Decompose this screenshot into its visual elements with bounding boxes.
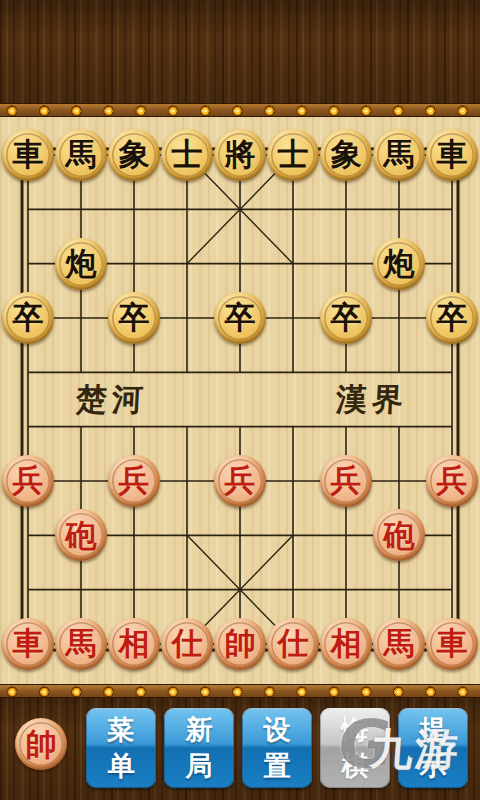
piece-grid: 車馬象士將士象馬車炮炮卒卒卒卒卒兵兵兵兵兵砲砲車馬相仕帥仕相馬車 (2, 128, 479, 671)
piece-glyph: 兵 (13, 465, 44, 496)
piece-glyph: 士 (172, 139, 203, 170)
piece-red-chariot[interactable]: 車 (2, 618, 54, 670)
piece-black-cannon[interactable]: 炮 (373, 238, 425, 290)
piece-glyph: 卒 (119, 302, 150, 333)
menu-button[interactable]: 菜单 (86, 708, 156, 788)
piece-glyph: 車 (13, 139, 44, 170)
piece-black-soldier[interactable]: 卒 (108, 292, 160, 344)
new-game-button-label: 新局 (183, 712, 215, 784)
piece-glyph: 兵 (119, 465, 150, 496)
piece-glyph: 車 (437, 139, 468, 170)
piece-glyph: 馬 (384, 139, 415, 170)
piece-black-cannon[interactable]: 炮 (55, 238, 107, 290)
piece-black-advisor[interactable]: 士 (267, 129, 319, 181)
piece-glyph: 帥 (26, 729, 57, 760)
piece-glyph: 車 (437, 628, 468, 659)
piece-black-general[interactable]: 將 (214, 129, 266, 181)
piece-black-soldier[interactable]: 卒 (2, 292, 54, 344)
piece-glyph: 砲 (384, 520, 415, 551)
piece-glyph: 卒 (13, 302, 44, 333)
wood-panel-top (0, 0, 480, 110)
piece-red-horse[interactable]: 馬 (55, 618, 107, 670)
piece-glyph: 相 (119, 628, 150, 659)
piece-black-soldier[interactable]: 卒 (426, 292, 478, 344)
piece-glyph: 馬 (384, 628, 415, 659)
piece-red-elephant[interactable]: 相 (320, 618, 372, 670)
piece-glyph: 炮 (66, 248, 97, 279)
piece-glyph: 卒 (437, 302, 468, 333)
piece-red-cannon[interactable]: 砲 (55, 509, 107, 561)
piece-red-general[interactable]: 帥 (214, 618, 266, 670)
piece-red-cannon[interactable]: 砲 (373, 509, 425, 561)
piece-glyph: 兵 (225, 465, 256, 496)
piece-black-horse[interactable]: 馬 (55, 129, 107, 181)
piece-black-advisor[interactable]: 士 (161, 129, 213, 181)
piece-red-elephant[interactable]: 相 (108, 618, 160, 670)
piece-red-advisor[interactable]: 仕 (161, 618, 213, 670)
piece-red-chariot[interactable]: 車 (426, 618, 478, 670)
piece-glyph: 相 (331, 628, 362, 659)
piece-glyph: 仕 (278, 628, 309, 659)
piece-black-elephant[interactable]: 象 (108, 129, 160, 181)
settings-button[interactable]: 设置 (242, 708, 312, 788)
piece-glyph: 仕 (172, 628, 203, 659)
piece-red-soldier[interactable]: 兵 (320, 455, 372, 507)
piece-red-advisor[interactable]: 仕 (267, 618, 319, 670)
piece-glyph: 馬 (66, 139, 97, 170)
piece-black-chariot[interactable]: 車 (2, 129, 54, 181)
rivet-rail-bottom (0, 684, 480, 698)
piece-glyph: 馬 (66, 628, 97, 659)
piece-black-horse[interactable]: 馬 (373, 129, 425, 181)
piece-glyph: 砲 (66, 520, 97, 551)
piece-red-horse[interactable]: 馬 (373, 618, 425, 670)
piece-red-soldier[interactable]: 兵 (426, 455, 478, 507)
piece-glyph: 卒 (331, 302, 362, 333)
undo-button-label: 悔棋 (339, 712, 371, 784)
bottom-button-row: 菜单 新局 设置 悔棋 提示 (86, 708, 468, 788)
piece-glyph: 兵 (331, 465, 362, 496)
piece-black-soldier[interactable]: 卒 (320, 292, 372, 344)
xiangqi-app-screen: 楚河 漢界 車馬象士將士象馬車炮炮卒卒卒卒卒兵兵兵兵兵砲砲車馬相仕帥仕相馬車 帥… (0, 0, 480, 800)
piece-glyph: 帥 (225, 628, 256, 659)
new-game-button[interactable]: 新局 (164, 708, 234, 788)
piece-glyph: 炮 (384, 248, 415, 279)
hint-button[interactable]: 提示 (398, 708, 468, 788)
piece-red-soldier[interactable]: 兵 (214, 455, 266, 507)
piece-glyph: 象 (119, 139, 150, 170)
red-general-side-badge: 帥 (15, 718, 67, 770)
piece-glyph: 士 (278, 139, 309, 170)
piece-glyph: 卒 (225, 302, 256, 333)
piece-black-soldier[interactable]: 卒 (214, 292, 266, 344)
rivet-rail-top (0, 103, 480, 117)
xiangqi-board[interactable]: 楚河 漢界 車馬象士將士象馬車炮炮卒卒卒卒卒兵兵兵兵兵砲砲車馬相仕帥仕相馬車 (0, 110, 480, 686)
piece-black-elephant[interactable]: 象 (320, 129, 372, 181)
settings-button-label: 设置 (261, 712, 293, 784)
piece-red-soldier[interactable]: 兵 (2, 455, 54, 507)
hint-button-label: 提示 (417, 712, 449, 784)
piece-glyph: 將 (225, 139, 256, 170)
menu-button-label: 菜单 (105, 712, 137, 784)
piece-glyph: 車 (13, 628, 44, 659)
piece-black-chariot[interactable]: 車 (426, 129, 478, 181)
piece-glyph: 象 (331, 139, 362, 170)
undo-button[interactable]: 悔棋 (320, 708, 390, 788)
piece-red-soldier[interactable]: 兵 (108, 455, 160, 507)
piece-glyph: 兵 (437, 465, 468, 496)
